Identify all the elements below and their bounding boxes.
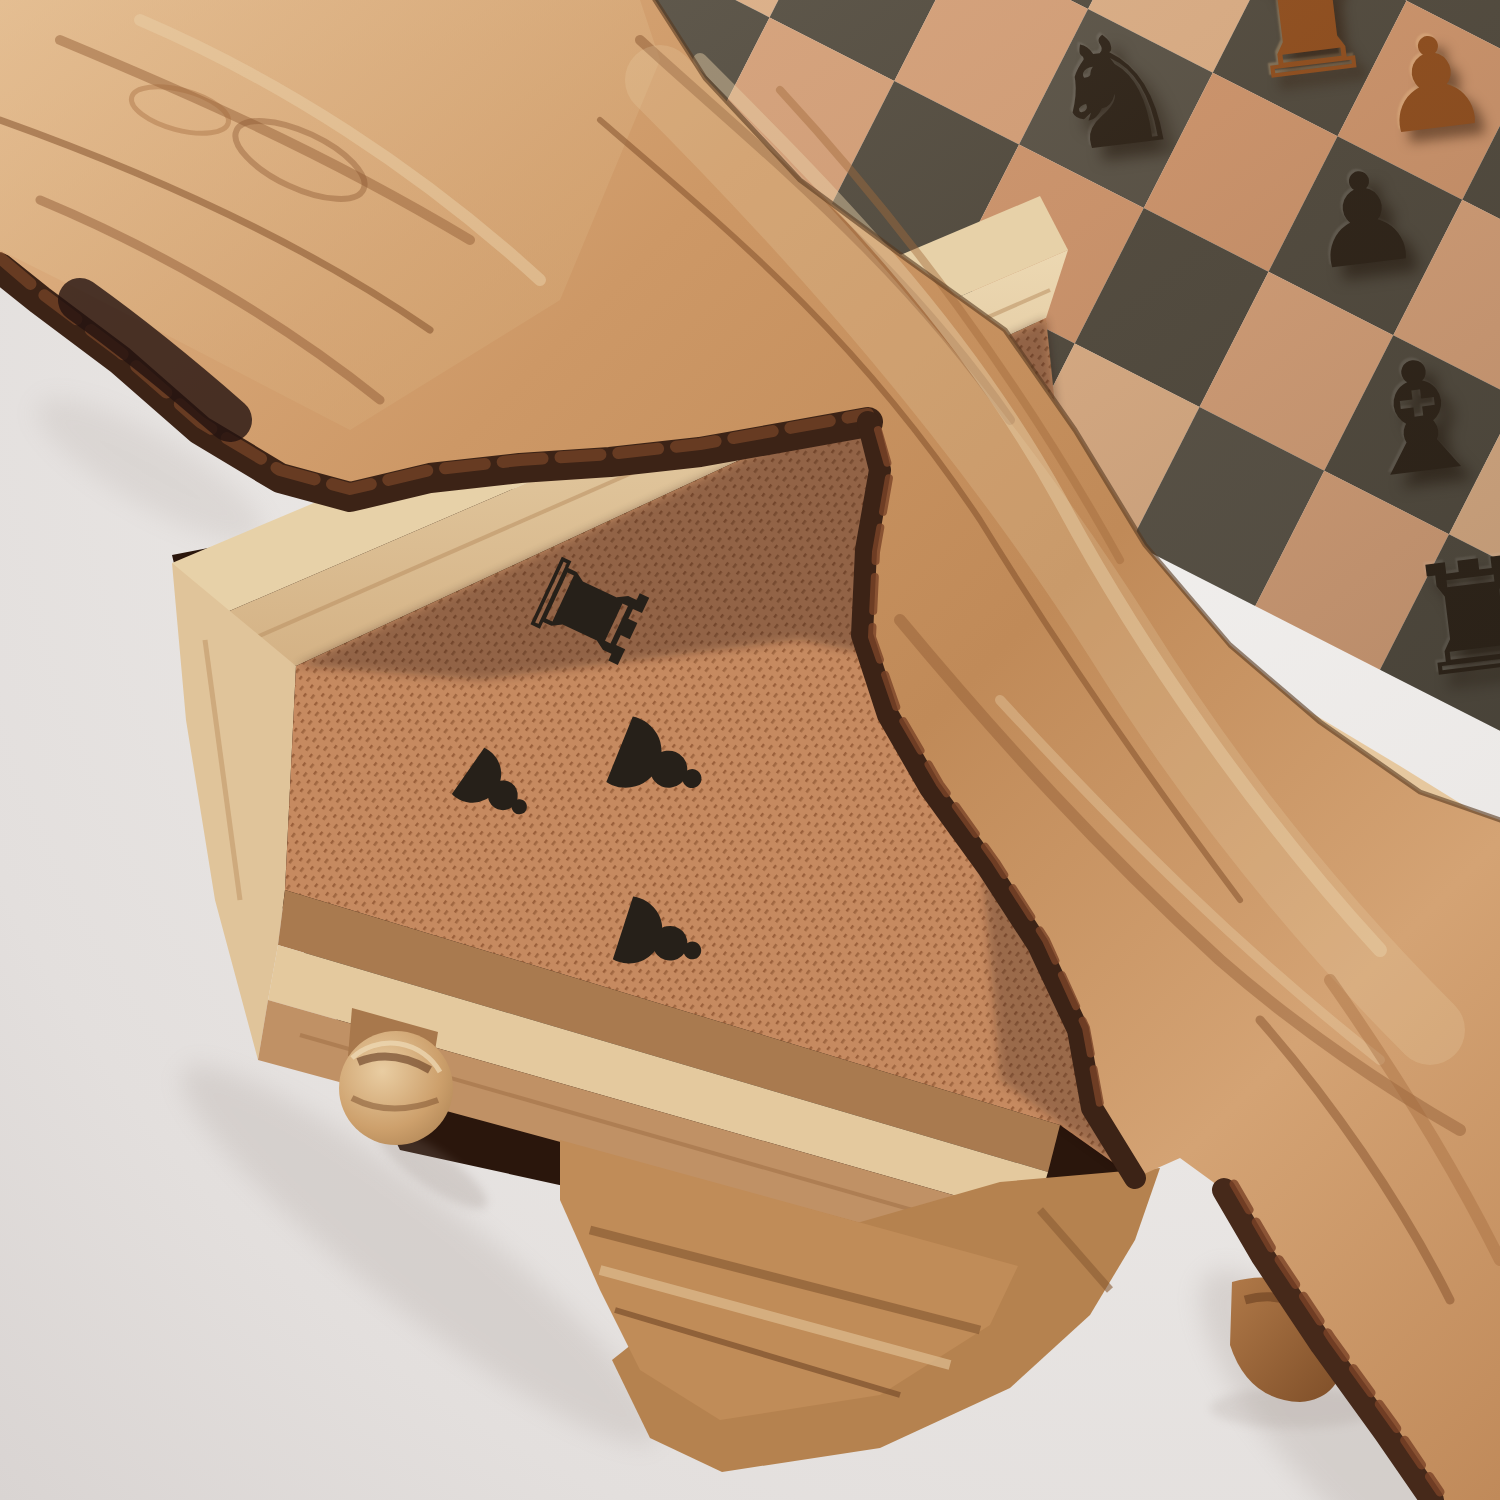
- photo-rustic-chess-set: { "scene": { "name": "Rustic live-edge o…: [0, 0, 1500, 1500]
- drawer-knob-face: [339, 1031, 453, 1145]
- scene-art: ♜ ♟ ♟ ♟: [0, 0, 1500, 1500]
